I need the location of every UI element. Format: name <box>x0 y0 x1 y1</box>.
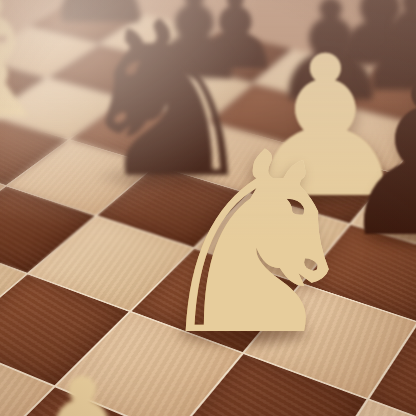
chessboard-photo: ♝♟♞♟♟♟♟♟♟♟♞♟ <box>0 0 416 416</box>
light-bishop-left-edge: ♝ <box>0 0 64 142</box>
white-pawn-bottom-edge: ♟ <box>6 356 158 416</box>
white-knight-hero: ♞ <box>145 120 369 370</box>
